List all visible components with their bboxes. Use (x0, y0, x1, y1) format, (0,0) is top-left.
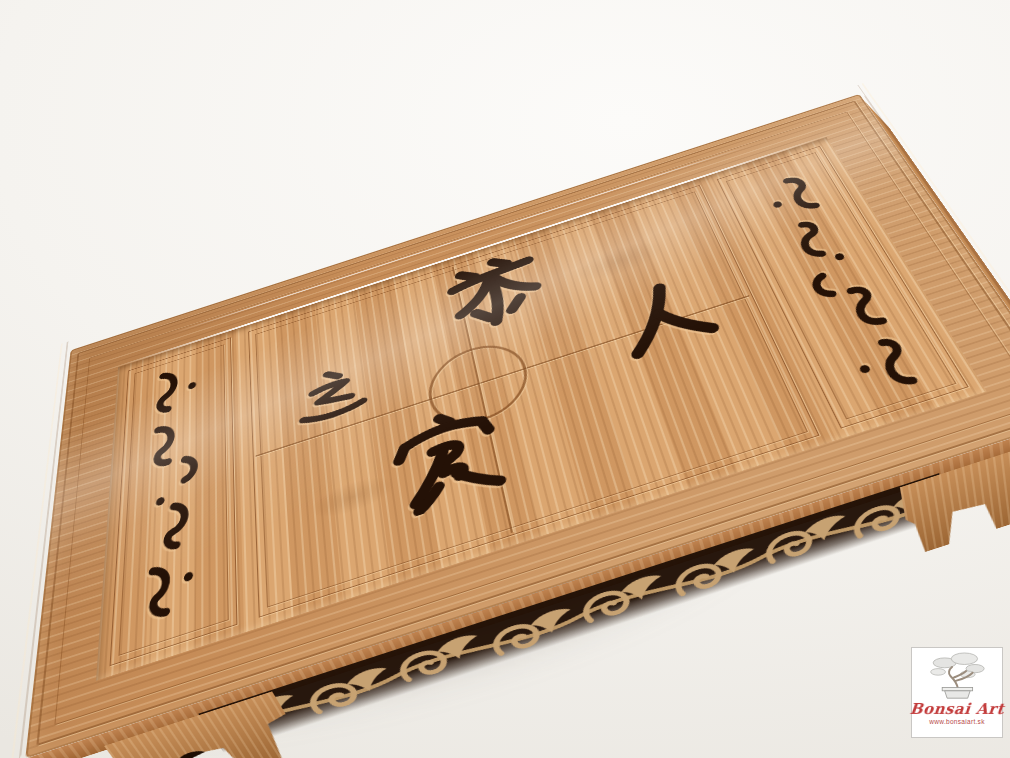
photo-scene (0, 0, 1010, 758)
bonsai-tree-icon (920, 651, 994, 701)
engraved-circle (423, 334, 535, 436)
tea-tray (25, 94, 1010, 758)
brand-name: Bonsai Art (909, 701, 1005, 717)
brand-website: www.bonsaiart.sk (929, 717, 984, 726)
carved-character-zhi (289, 357, 374, 434)
watermark-card: Bonsai Art www.bonsaiart.sk (911, 647, 1003, 738)
